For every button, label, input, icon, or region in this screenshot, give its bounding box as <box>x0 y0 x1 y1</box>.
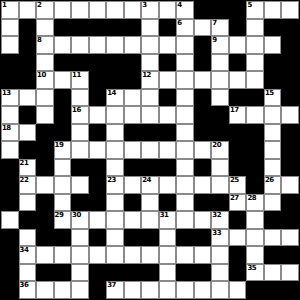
clue-number-29: 29 <box>55 211 64 219</box>
black-cell-r10c14 <box>229 159 247 177</box>
black-cell-r10c8 <box>124 159 142 177</box>
clue-number-8: 8 <box>37 36 41 44</box>
cell-r5c4[interactable] <box>54 71 72 89</box>
cell-r5c13[interactable] <box>211 71 229 89</box>
cell-r6c5[interactable] <box>71 89 89 107</box>
cell-r13c10[interactable]: 31 <box>159 211 177 229</box>
cell-r7c1[interactable] <box>1 106 19 124</box>
black-cell-r1c12 <box>194 1 212 19</box>
clue-number-12: 12 <box>142 71 151 79</box>
clue-number-37: 37 <box>107 281 116 289</box>
cell-r9c13[interactable]: 20 <box>211 141 229 159</box>
cell-r9c10[interactable] <box>159 141 177 159</box>
cell-r12c7[interactable] <box>106 194 124 212</box>
cell-r17c2[interactable]: 36 <box>19 281 37 299</box>
black-cell-r4c17 <box>281 54 299 72</box>
cell-r14c16[interactable] <box>264 229 282 247</box>
black-cell-r12c10 <box>159 194 177 212</box>
clue-number-1: 1 <box>2 1 6 9</box>
black-cell-r9c17 <box>281 141 299 159</box>
black-cell-r14c4 <box>54 229 72 247</box>
black-cell-r15c17 <box>281 246 299 264</box>
cell-r15c9[interactable] <box>141 246 159 264</box>
cell-r11c7[interactable]: 23 <box>106 176 124 194</box>
cell-r4c9[interactable] <box>141 54 159 72</box>
black-cell-r10c17 <box>281 159 299 177</box>
cell-r7c7[interactable] <box>106 106 124 124</box>
cell-r17c14[interactable] <box>229 281 247 299</box>
black-cell-r5c1 <box>1 71 19 89</box>
clue-number-26: 26 <box>265 176 274 184</box>
cell-r14c15[interactable] <box>246 229 264 247</box>
cell-r3c10[interactable] <box>159 36 177 54</box>
cell-r10c2[interactable]: 21 <box>19 159 37 177</box>
cell-r15c4[interactable] <box>54 246 72 264</box>
cell-r7c15[interactable] <box>246 106 264 124</box>
cell-r7c16[interactable] <box>264 106 282 124</box>
black-cell-r2c17 <box>281 19 299 37</box>
black-cell-r12c6 <box>89 194 107 212</box>
black-cell-r4c14 <box>229 54 247 72</box>
cell-r9c6[interactable] <box>89 141 107 159</box>
cell-r5c12[interactable] <box>194 71 212 89</box>
clue-number-4: 4 <box>177 1 181 9</box>
black-cell-r2c16 <box>264 19 282 37</box>
cell-r17c7[interactable]: 37 <box>106 281 124 299</box>
cell-r16c16[interactable] <box>264 264 282 282</box>
cell-r2c3[interactable] <box>36 19 54 37</box>
cell-r15c12[interactable] <box>194 246 212 264</box>
cell-r17c5[interactable] <box>71 281 89 299</box>
black-cell-r2c6 <box>89 19 107 37</box>
black-cell-r16c4 <box>54 264 72 282</box>
black-cell-r12c17 <box>281 194 299 212</box>
cell-r13c15[interactable] <box>246 211 264 229</box>
cell-r15c6[interactable] <box>89 246 107 264</box>
cell-r8c5[interactable] <box>71 124 89 142</box>
black-cell-r9c3 <box>36 141 54 159</box>
clue-number-34: 34 <box>20 246 29 254</box>
black-cell-r14c8 <box>124 229 142 247</box>
black-cell-r11c15 <box>246 176 264 194</box>
cell-r3c16[interactable] <box>264 36 282 54</box>
black-cell-r14c3 <box>36 229 54 247</box>
cell-r5c14[interactable] <box>229 71 247 89</box>
black-cell-r4c6 <box>89 54 107 72</box>
black-cell-r13c14 <box>229 211 247 229</box>
cell-r15c5[interactable] <box>71 246 89 264</box>
black-cell-r4c4 <box>54 54 72 72</box>
black-cell-r9c14 <box>229 141 247 159</box>
black-cell-r3c12 <box>194 36 212 54</box>
cell-r1c9[interactable]: 3 <box>141 1 159 19</box>
cell-r11c11[interactable] <box>176 176 194 194</box>
clue-number-25: 25 <box>230 176 239 184</box>
cell-r15c11[interactable] <box>176 246 194 264</box>
cell-r12c16[interactable] <box>264 194 282 212</box>
cell-r13c8[interactable] <box>124 211 142 229</box>
black-cell-r7c4 <box>54 106 72 124</box>
black-cell-r17c17 <box>281 281 299 299</box>
black-cell-r4c7 <box>106 54 124 72</box>
black-cell-r13c2 <box>19 211 37 229</box>
black-cell-r4c12 <box>194 54 212 72</box>
cell-r11c3[interactable] <box>36 176 54 194</box>
cell-r8c16[interactable] <box>264 124 282 142</box>
cell-r8c11[interactable] <box>176 124 194 142</box>
cell-r9c11[interactable] <box>176 141 194 159</box>
cell-r1c6[interactable] <box>89 1 107 19</box>
cell-r3c4[interactable] <box>54 36 72 54</box>
cell-r12c11[interactable] <box>176 194 194 212</box>
cell-r14c2[interactable] <box>19 229 37 247</box>
cell-r8c2[interactable] <box>19 124 37 142</box>
cell-r11c5[interactable] <box>71 176 89 194</box>
cell-r1c11[interactable]: 4 <box>176 1 194 19</box>
cell-r5c10[interactable] <box>159 71 177 89</box>
clue-number-6: 6 <box>177 19 181 27</box>
cell-r1c2[interactable] <box>19 1 37 19</box>
cell-r12c4[interactable] <box>54 194 72 212</box>
cell-r3c13[interactable]: 9 <box>211 36 229 54</box>
cell-r5c9[interactable]: 12 <box>141 71 159 89</box>
cell-r11c2[interactable]: 22 <box>19 176 37 194</box>
cell-r13c6[interactable] <box>89 211 107 229</box>
black-cell-r4c5 <box>71 54 89 72</box>
cell-r12c14[interactable]: 27 <box>229 194 247 212</box>
cell-r5c11[interactable] <box>176 71 194 89</box>
cell-r7c11[interactable] <box>176 106 194 124</box>
cell-r11c9[interactable]: 24 <box>141 176 159 194</box>
black-cell-r3c2 <box>19 36 37 54</box>
cell-r1c16[interactable] <box>264 1 282 19</box>
clue-number-13: 13 <box>2 89 11 97</box>
black-cell-r10c12 <box>194 159 212 177</box>
clue-number-36: 36 <box>20 281 29 289</box>
cell-r5c15[interactable] <box>246 71 264 89</box>
cell-r2c1[interactable] <box>1 19 19 37</box>
cell-r1c4[interactable] <box>54 1 72 19</box>
black-cell-r16c9 <box>141 264 159 282</box>
cell-r3c7[interactable] <box>106 36 124 54</box>
cell-r1c1[interactable]: 1 <box>1 1 19 19</box>
cell-r11c4[interactable] <box>54 176 72 194</box>
cell-r11c8[interactable] <box>124 176 142 194</box>
cell-r13c12[interactable] <box>194 211 212 229</box>
black-cell-r6c4 <box>54 89 72 107</box>
cell-r2c11[interactable]: 6 <box>176 19 194 37</box>
cell-r10c16[interactable] <box>264 159 282 177</box>
cell-r4c13[interactable] <box>211 54 229 72</box>
black-cell-r11c1 <box>1 176 19 194</box>
clue-number-32: 32 <box>212 211 221 219</box>
black-cell-r16c6 <box>89 264 107 282</box>
cell-r6c9[interactable] <box>141 89 159 107</box>
cell-r3c5[interactable] <box>71 36 89 54</box>
black-cell-r15c14 <box>229 246 247 264</box>
cell-r13c4[interactable]: 29 <box>54 211 72 229</box>
cell-r13c11[interactable] <box>176 211 194 229</box>
cell-r9c16[interactable] <box>264 141 282 159</box>
clue-number-17: 17 <box>230 106 239 114</box>
black-cell-r5c8 <box>124 71 142 89</box>
black-cell-r12c13 <box>211 194 229 212</box>
cell-r9c1[interactable] <box>1 141 19 159</box>
cell-r1c5[interactable] <box>71 1 89 19</box>
black-cell-r16c3 <box>36 264 54 282</box>
cell-r6c16[interactable]: 15 <box>264 89 282 107</box>
cell-r13c5[interactable]: 30 <box>71 211 89 229</box>
black-cell-r13c3 <box>36 211 54 229</box>
black-cell-r12c8 <box>124 194 142 212</box>
black-cell-r14c9 <box>141 229 159 247</box>
cell-r5c3[interactable]: 10 <box>36 71 54 89</box>
black-cell-r16c8 <box>124 264 142 282</box>
cell-r10c13[interactable] <box>211 159 229 177</box>
cell-r6c7[interactable]: 14 <box>106 89 124 107</box>
cell-r1c8[interactable] <box>124 1 142 19</box>
clue-number-22: 22 <box>20 176 29 184</box>
black-cell-r10c9 <box>141 159 159 177</box>
cell-r15c15[interactable] <box>246 246 264 264</box>
black-cell-r16c12 <box>194 264 212 282</box>
cell-r4c15[interactable] <box>246 54 264 72</box>
black-cell-r12c5 <box>71 194 89 212</box>
cell-r14c10[interactable] <box>159 229 177 247</box>
black-cell-r10c15 <box>246 159 264 177</box>
cell-r11c12[interactable] <box>194 176 212 194</box>
black-cell-r6c17 <box>281 89 299 107</box>
cell-r12c15[interactable]: 28 <box>246 194 264 212</box>
cell-r14c17[interactable] <box>281 229 299 247</box>
black-cell-r5c7 <box>106 71 124 89</box>
cell-r7c6[interactable] <box>89 106 107 124</box>
black-cell-r17c1 <box>1 281 19 299</box>
cell-r4c3[interactable] <box>36 54 54 72</box>
black-cell-r7c13 <box>211 106 229 124</box>
cell-r7c3[interactable] <box>36 106 54 124</box>
cell-r17c10[interactable] <box>159 281 177 299</box>
black-cell-r4c16 <box>264 54 282 72</box>
black-cell-r17c16 <box>264 281 282 299</box>
black-cell-r2c2 <box>19 19 37 37</box>
cell-r14c5[interactable] <box>71 229 89 247</box>
cell-r2c13[interactable]: 7 <box>211 19 229 37</box>
cell-r7c17[interactable] <box>281 106 299 124</box>
cell-r9c8[interactable] <box>124 141 142 159</box>
clue-number-21: 21 <box>20 159 29 167</box>
black-cell-r2c4 <box>54 19 72 37</box>
cell-r1c17[interactable] <box>281 1 299 19</box>
cell-r9c7[interactable] <box>106 141 124 159</box>
cell-r9c5[interactable] <box>71 141 89 159</box>
cell-r11c17[interactable] <box>281 176 299 194</box>
black-cell-r5c2 <box>19 71 37 89</box>
clue-number-24: 24 <box>142 176 151 184</box>
black-cell-r10c1 <box>1 159 19 177</box>
clue-number-28: 28 <box>247 194 256 202</box>
cell-r3c15[interactable] <box>246 36 264 54</box>
clue-number-18: 18 <box>2 124 11 132</box>
cell-r11c16[interactable]: 26 <box>264 176 282 194</box>
cell-r17c9[interactable] <box>141 281 159 299</box>
cell-r13c9[interactable] <box>141 211 159 229</box>
clue-number-14: 14 <box>107 89 116 97</box>
cell-r14c7[interactable] <box>106 229 124 247</box>
clue-number-33: 33 <box>212 229 221 237</box>
clue-number-10: 10 <box>37 71 46 79</box>
black-cell-r17c15 <box>246 281 264 299</box>
cell-r2c15[interactable] <box>246 19 264 37</box>
cell-r17c12[interactable] <box>194 281 212 299</box>
cell-r11c10[interactable] <box>159 176 177 194</box>
cell-r2c9[interactable] <box>141 19 159 37</box>
cell-r12c9[interactable] <box>141 194 159 212</box>
cell-r9c12[interactable] <box>194 141 212 159</box>
cell-r7c5[interactable]: 16 <box>71 106 89 124</box>
black-cell-r8c14 <box>229 124 247 142</box>
black-cell-r9c2 <box>19 141 37 159</box>
cell-r3c14[interactable] <box>229 36 247 54</box>
black-cell-r10c6 <box>89 159 107 177</box>
black-cell-r6c15 <box>246 89 264 107</box>
cell-r6c3[interactable] <box>36 89 54 107</box>
cell-r5c5[interactable]: 11 <box>71 71 89 89</box>
black-cell-r2c7 <box>106 19 124 37</box>
cell-r17c4[interactable] <box>54 281 72 299</box>
cell-r15c13[interactable] <box>211 246 229 264</box>
black-cell-r6c14 <box>229 89 247 107</box>
cell-r7c14[interactable]: 17 <box>229 106 247 124</box>
cell-r13c1[interactable] <box>1 211 19 229</box>
cell-r9c4[interactable]: 19 <box>54 141 72 159</box>
black-cell-r8c17 <box>281 124 299 142</box>
black-cell-r8c13 <box>211 124 229 142</box>
cell-r17c11[interactable] <box>176 281 194 299</box>
cell-r1c10[interactable] <box>159 1 177 19</box>
cell-r17c3[interactable] <box>36 281 54 299</box>
cell-r7c8[interactable] <box>124 106 142 124</box>
black-cell-r11c6 <box>89 176 107 194</box>
clue-number-9: 9 <box>212 36 216 44</box>
cell-r15c3[interactable] <box>36 246 54 264</box>
black-cell-r10c3 <box>36 159 54 177</box>
cell-r12c2[interactable] <box>19 194 37 212</box>
clue-number-15: 15 <box>265 89 274 97</box>
black-cell-r1c14 <box>229 1 247 19</box>
cell-r16c2[interactable] <box>19 264 37 282</box>
cell-r15c7[interactable] <box>106 246 124 264</box>
black-cell-r6c10 <box>159 89 177 107</box>
black-cell-r8c12 <box>194 124 212 142</box>
cell-r14c13[interactable]: 33 <box>211 229 229 247</box>
clue-number-2: 2 <box>37 1 41 9</box>
cell-r16c5[interactable] <box>71 264 89 282</box>
black-cell-r4c1 <box>1 54 19 72</box>
crossword-grid: 1234567891011121314151617181920212223242… <box>0 0 300 300</box>
clue-number-35: 35 <box>247 264 256 272</box>
black-cell-r8c9 <box>141 124 159 142</box>
black-cell-r16c1 <box>1 264 19 282</box>
black-cell-r2c5 <box>71 19 89 37</box>
cell-r3c3[interactable]: 8 <box>36 36 54 54</box>
cell-r4c11[interactable] <box>176 54 194 72</box>
black-cell-r7c12 <box>194 106 212 124</box>
black-cell-r1c13 <box>211 1 229 19</box>
black-cell-r6c6 <box>89 89 107 107</box>
black-cell-r12c12 <box>194 194 212 212</box>
cell-r11c13[interactable] <box>211 176 229 194</box>
cell-r1c15[interactable]: 5 <box>246 1 264 19</box>
cell-r7c10[interactable] <box>159 106 177 124</box>
black-cell-r6c12 <box>194 89 212 107</box>
cell-r10c11[interactable] <box>176 159 194 177</box>
cell-r3c1[interactable] <box>1 36 19 54</box>
cell-r6c8[interactable] <box>124 89 142 107</box>
clue-number-3: 3 <box>142 1 146 9</box>
cell-r11c14[interactable]: 25 <box>229 176 247 194</box>
cell-r16c17[interactable] <box>281 264 299 282</box>
cell-r3c9[interactable] <box>141 36 159 54</box>
black-cell-r4c2 <box>19 54 37 72</box>
cell-r6c11[interactable] <box>176 89 194 107</box>
black-cell-r14c1 <box>1 229 19 247</box>
black-cell-r5c16 <box>264 71 282 89</box>
cell-r3c6[interactable] <box>89 36 107 54</box>
black-cell-r15c1 <box>1 246 19 264</box>
cell-r15c10[interactable] <box>159 246 177 264</box>
cell-r16c10[interactable] <box>159 264 177 282</box>
black-cell-r2c14 <box>229 19 247 37</box>
cell-r14c14[interactable] <box>229 229 247 247</box>
clue-number-30: 30 <box>72 211 81 219</box>
cell-r15c2[interactable]: 34 <box>19 246 37 264</box>
cell-r13c13[interactable]: 32 <box>211 211 229 229</box>
black-cell-r2c8 <box>124 19 142 37</box>
black-cell-r3c17 <box>281 36 299 54</box>
cell-r8c7[interactable] <box>106 124 124 142</box>
cell-r16c15[interactable]: 35 <box>246 264 264 282</box>
cell-r3c11[interactable] <box>176 36 194 54</box>
cell-r6c2[interactable] <box>19 89 37 107</box>
black-cell-r5c17 <box>281 71 299 89</box>
clue-number-19: 19 <box>55 141 64 149</box>
black-cell-r8c8 <box>124 124 142 142</box>
cell-r9c9[interactable] <box>141 141 159 159</box>
cell-r2c12[interactable] <box>194 19 212 37</box>
cell-r1c3[interactable]: 2 <box>36 1 54 19</box>
cell-r10c4[interactable] <box>54 159 72 177</box>
cell-r3c8[interactable] <box>124 36 142 54</box>
black-cell-r16c11 <box>176 264 194 282</box>
cell-r13c7[interactable] <box>106 211 124 229</box>
cell-r17c8[interactable] <box>124 281 142 299</box>
cell-r6c1[interactable]: 13 <box>1 89 19 107</box>
cell-r15c8[interactable] <box>124 246 142 264</box>
cell-r7c9[interactable] <box>141 106 159 124</box>
cell-r6c13[interactable] <box>211 89 229 107</box>
black-cell-r4c10 <box>159 54 177 72</box>
black-cell-r13c17 <box>281 211 299 229</box>
black-cell-r14c11 <box>176 229 194 247</box>
cell-r17c13[interactable] <box>211 281 229 299</box>
cell-r10c7[interactable] <box>106 159 124 177</box>
cell-r16c13[interactable] <box>211 264 229 282</box>
cell-r8c1[interactable]: 18 <box>1 124 19 142</box>
black-cell-r7c2 <box>19 106 37 124</box>
cell-r1c7[interactable] <box>106 1 124 19</box>
black-cell-r4c8 <box>124 54 142 72</box>
